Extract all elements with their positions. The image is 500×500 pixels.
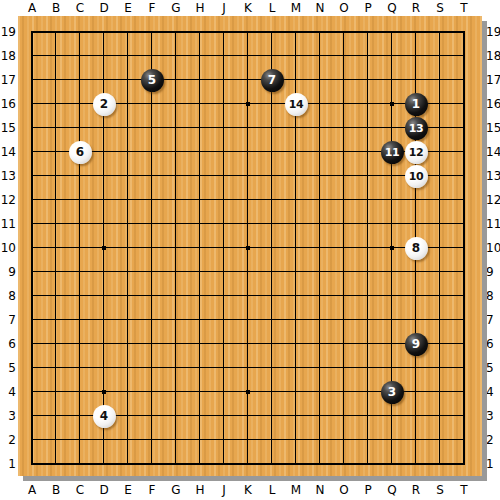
intersection-B10[interactable] [44,236,68,260]
intersection-H6[interactable] [188,332,212,356]
intersection-T2[interactable] [452,428,476,452]
intersection-A14[interactable] [20,140,44,164]
intersection-N6[interactable] [308,332,332,356]
intersection-B1[interactable] [44,452,68,476]
intersection-S18[interactable] [428,44,452,68]
intersection-E5[interactable] [116,356,140,380]
intersection-J12[interactable] [212,188,236,212]
intersection-E13[interactable] [116,164,140,188]
intersection-A15[interactable] [20,116,44,140]
intersection-T10[interactable] [452,236,476,260]
intersection-G2[interactable] [164,428,188,452]
intersection-M17[interactable] [284,68,308,92]
intersection-O5[interactable] [332,356,356,380]
intersection-H4[interactable] [188,380,212,404]
intersection-S19[interactable] [428,20,452,44]
intersection-K16[interactable] [236,92,260,116]
intersection-M7[interactable] [284,308,308,332]
intersection-O2[interactable] [332,428,356,452]
intersection-L1[interactable] [260,452,284,476]
intersection-C4[interactable] [68,380,92,404]
intersection-R6[interactable]: 9 [404,332,428,356]
intersection-A4[interactable] [20,380,44,404]
intersection-F17[interactable]: 5 [140,68,164,92]
intersection-C16[interactable] [68,92,92,116]
intersection-Q16[interactable] [380,92,404,116]
intersection-C17[interactable] [68,68,92,92]
intersection-B12[interactable] [44,188,68,212]
intersection-N8[interactable] [308,284,332,308]
intersection-D3[interactable]: 4 [92,404,116,428]
intersection-T18[interactable] [452,44,476,68]
intersection-R12[interactable] [404,188,428,212]
intersection-N17[interactable] [308,68,332,92]
intersection-C7[interactable] [68,308,92,332]
intersection-K15[interactable] [236,116,260,140]
intersection-Q10[interactable] [380,236,404,260]
intersection-C15[interactable] [68,116,92,140]
intersection-Q2[interactable] [380,428,404,452]
intersection-F7[interactable] [140,308,164,332]
intersection-A8[interactable] [20,284,44,308]
intersection-E15[interactable] [116,116,140,140]
intersection-H2[interactable] [188,428,212,452]
intersection-D10[interactable] [92,236,116,260]
intersection-N11[interactable] [308,212,332,236]
intersection-L6[interactable] [260,332,284,356]
intersection-H18[interactable] [188,44,212,68]
intersection-H19[interactable] [188,20,212,44]
intersection-M3[interactable] [284,404,308,428]
intersection-O7[interactable] [332,308,356,332]
intersection-C18[interactable] [68,44,92,68]
intersection-E14[interactable] [116,140,140,164]
intersection-A7[interactable] [20,308,44,332]
intersection-D16[interactable]: 2 [92,92,116,116]
intersection-O12[interactable] [332,188,356,212]
intersection-B13[interactable] [44,164,68,188]
intersection-G19[interactable] [164,20,188,44]
intersection-P3[interactable] [356,404,380,428]
intersection-L17[interactable]: 7 [260,68,284,92]
intersection-H1[interactable] [188,452,212,476]
intersection-D19[interactable] [92,20,116,44]
intersection-O13[interactable] [332,164,356,188]
intersection-C12[interactable] [68,188,92,212]
intersection-N19[interactable] [308,20,332,44]
intersection-D11[interactable] [92,212,116,236]
intersection-Q14[interactable]: 11 [380,140,404,164]
intersection-C14[interactable]: 6 [68,140,92,164]
intersection-D4[interactable] [92,380,116,404]
intersection-O15[interactable] [332,116,356,140]
intersection-G12[interactable] [164,188,188,212]
intersection-T12[interactable] [452,188,476,212]
intersection-G1[interactable] [164,452,188,476]
intersection-R4[interactable] [404,380,428,404]
intersection-O8[interactable] [332,284,356,308]
intersection-G18[interactable] [164,44,188,68]
intersection-R16[interactable]: 1 [404,92,428,116]
intersection-N5[interactable] [308,356,332,380]
intersection-O4[interactable] [332,380,356,404]
intersection-Q8[interactable] [380,284,404,308]
intersection-J6[interactable] [212,332,236,356]
intersection-E7[interactable] [116,308,140,332]
intersection-R19[interactable] [404,20,428,44]
intersection-L8[interactable] [260,284,284,308]
intersection-P17[interactable] [356,68,380,92]
intersection-P1[interactable] [356,452,380,476]
intersection-R15[interactable]: 13 [404,116,428,140]
intersection-M13[interactable] [284,164,308,188]
intersection-K18[interactable] [236,44,260,68]
intersection-A10[interactable] [20,236,44,260]
intersection-T3[interactable] [452,404,476,428]
intersection-G16[interactable] [164,92,188,116]
intersection-T8[interactable] [452,284,476,308]
intersection-S12[interactable] [428,188,452,212]
intersection-S5[interactable] [428,356,452,380]
intersection-K9[interactable] [236,260,260,284]
intersection-S2[interactable] [428,428,452,452]
intersection-K12[interactable] [236,188,260,212]
intersection-A9[interactable] [20,260,44,284]
intersection-C19[interactable] [68,20,92,44]
intersection-H10[interactable] [188,236,212,260]
intersection-Q1[interactable] [380,452,404,476]
intersection-B19[interactable] [44,20,68,44]
intersection-O11[interactable] [332,212,356,236]
intersection-N2[interactable] [308,428,332,452]
intersection-D15[interactable] [92,116,116,140]
intersection-K2[interactable] [236,428,260,452]
intersection-A3[interactable] [20,404,44,428]
intersection-L10[interactable] [260,236,284,260]
intersection-Q18[interactable] [380,44,404,68]
intersection-M8[interactable] [284,284,308,308]
intersection-L12[interactable] [260,188,284,212]
intersection-H5[interactable] [188,356,212,380]
intersection-E4[interactable] [116,380,140,404]
intersection-G15[interactable] [164,116,188,140]
intersection-E17[interactable] [116,68,140,92]
intersection-E2[interactable] [116,428,140,452]
intersection-B2[interactable] [44,428,68,452]
intersection-E3[interactable] [116,404,140,428]
intersection-E18[interactable] [116,44,140,68]
intersection-F10[interactable] [140,236,164,260]
intersection-K3[interactable] [236,404,260,428]
intersection-H3[interactable] [188,404,212,428]
intersection-L7[interactable] [260,308,284,332]
intersection-M18[interactable] [284,44,308,68]
intersection-Q11[interactable] [380,212,404,236]
intersection-F15[interactable] [140,116,164,140]
intersection-P5[interactable] [356,356,380,380]
intersection-O16[interactable] [332,92,356,116]
intersection-K10[interactable] [236,236,260,260]
intersection-C8[interactable] [68,284,92,308]
intersection-R10[interactable]: 8 [404,236,428,260]
intersection-A6[interactable] [20,332,44,356]
intersection-S14[interactable] [428,140,452,164]
intersection-R5[interactable] [404,356,428,380]
intersection-E9[interactable] [116,260,140,284]
intersection-F5[interactable] [140,356,164,380]
intersection-R14[interactable]: 12 [404,140,428,164]
intersection-M15[interactable] [284,116,308,140]
intersection-D6[interactable] [92,332,116,356]
intersection-G9[interactable] [164,260,188,284]
intersection-D18[interactable] [92,44,116,68]
intersection-B11[interactable] [44,212,68,236]
intersection-P7[interactable] [356,308,380,332]
intersection-S1[interactable] [428,452,452,476]
intersection-B5[interactable] [44,356,68,380]
intersection-L2[interactable] [260,428,284,452]
intersection-E12[interactable] [116,188,140,212]
intersection-M5[interactable] [284,356,308,380]
intersection-H9[interactable] [188,260,212,284]
intersection-E6[interactable] [116,332,140,356]
intersection-N13[interactable] [308,164,332,188]
intersection-P4[interactable] [356,380,380,404]
intersection-T5[interactable] [452,356,476,380]
intersection-F2[interactable] [140,428,164,452]
intersection-T15[interactable] [452,116,476,140]
intersection-F18[interactable] [140,44,164,68]
intersection-Q19[interactable] [380,20,404,44]
intersection-J1[interactable] [212,452,236,476]
intersection-L11[interactable] [260,212,284,236]
intersection-C13[interactable] [68,164,92,188]
intersection-K8[interactable] [236,284,260,308]
intersection-L15[interactable] [260,116,284,140]
intersection-D2[interactable] [92,428,116,452]
intersection-H8[interactable] [188,284,212,308]
intersection-G17[interactable] [164,68,188,92]
intersection-C2[interactable] [68,428,92,452]
intersection-H16[interactable] [188,92,212,116]
intersection-B16[interactable] [44,92,68,116]
intersection-J3[interactable] [212,404,236,428]
intersection-P11[interactable] [356,212,380,236]
intersection-Q9[interactable] [380,260,404,284]
intersection-L9[interactable] [260,260,284,284]
intersection-E16[interactable] [116,92,140,116]
intersection-S4[interactable] [428,380,452,404]
intersection-Q3[interactable] [380,404,404,428]
intersection-D8[interactable] [92,284,116,308]
intersection-M10[interactable] [284,236,308,260]
intersection-N9[interactable] [308,260,332,284]
intersection-L14[interactable] [260,140,284,164]
intersection-A16[interactable] [20,92,44,116]
intersection-S11[interactable] [428,212,452,236]
intersection-A13[interactable] [20,164,44,188]
intersection-F9[interactable] [140,260,164,284]
intersection-Q17[interactable] [380,68,404,92]
intersection-J5[interactable] [212,356,236,380]
intersection-G3[interactable] [164,404,188,428]
intersection-R18[interactable] [404,44,428,68]
intersection-F14[interactable] [140,140,164,164]
intersection-G13[interactable] [164,164,188,188]
intersection-J4[interactable] [212,380,236,404]
intersection-Q12[interactable] [380,188,404,212]
intersection-J9[interactable] [212,260,236,284]
intersection-C9[interactable] [68,260,92,284]
intersection-B3[interactable] [44,404,68,428]
intersection-N15[interactable] [308,116,332,140]
intersection-E1[interactable] [116,452,140,476]
intersection-T6[interactable] [452,332,476,356]
intersection-E8[interactable] [116,284,140,308]
intersection-S10[interactable] [428,236,452,260]
intersection-J14[interactable] [212,140,236,164]
intersection-F8[interactable] [140,284,164,308]
intersection-D13[interactable] [92,164,116,188]
intersection-L19[interactable] [260,20,284,44]
intersection-M16[interactable]: 14 [284,92,308,116]
intersection-B18[interactable] [44,44,68,68]
intersection-T16[interactable] [452,92,476,116]
intersection-M14[interactable] [284,140,308,164]
intersection-M9[interactable] [284,260,308,284]
intersection-A12[interactable] [20,188,44,212]
intersection-S17[interactable] [428,68,452,92]
intersection-N16[interactable] [308,92,332,116]
intersection-O3[interactable] [332,404,356,428]
intersection-K7[interactable] [236,308,260,332]
intersection-P6[interactable] [356,332,380,356]
intersection-R13[interactable]: 10 [404,164,428,188]
intersection-S7[interactable] [428,308,452,332]
intersection-E19[interactable] [116,20,140,44]
intersection-M6[interactable] [284,332,308,356]
intersection-H17[interactable] [188,68,212,92]
intersection-G7[interactable] [164,308,188,332]
intersection-B17[interactable] [44,68,68,92]
intersection-J10[interactable] [212,236,236,260]
intersection-T7[interactable] [452,308,476,332]
intersection-P13[interactable] [356,164,380,188]
intersection-L5[interactable] [260,356,284,380]
intersection-G14[interactable] [164,140,188,164]
intersection-K5[interactable] [236,356,260,380]
intersection-R17[interactable] [404,68,428,92]
intersection-R1[interactable] [404,452,428,476]
intersection-K17[interactable] [236,68,260,92]
intersection-M12[interactable] [284,188,308,212]
intersection-A19[interactable] [20,20,44,44]
intersection-O18[interactable] [332,44,356,68]
intersection-O14[interactable] [332,140,356,164]
intersection-J2[interactable] [212,428,236,452]
intersection-N3[interactable] [308,404,332,428]
intersection-K14[interactable] [236,140,260,164]
intersection-R11[interactable] [404,212,428,236]
intersection-G5[interactable] [164,356,188,380]
intersection-T17[interactable] [452,68,476,92]
intersection-D9[interactable] [92,260,116,284]
intersection-P12[interactable] [356,188,380,212]
intersection-T1[interactable] [452,452,476,476]
intersection-R9[interactable] [404,260,428,284]
intersection-H11[interactable] [188,212,212,236]
intersection-J13[interactable] [212,164,236,188]
intersection-D7[interactable] [92,308,116,332]
intersection-K1[interactable] [236,452,260,476]
intersection-N7[interactable] [308,308,332,332]
intersection-R3[interactable] [404,404,428,428]
intersection-B6[interactable] [44,332,68,356]
intersection-B7[interactable] [44,308,68,332]
intersection-L4[interactable] [260,380,284,404]
intersection-P15[interactable] [356,116,380,140]
intersection-N18[interactable] [308,44,332,68]
intersection-K4[interactable] [236,380,260,404]
intersection-B8[interactable] [44,284,68,308]
intersection-S16[interactable] [428,92,452,116]
intersection-M2[interactable] [284,428,308,452]
intersection-Q13[interactable] [380,164,404,188]
intersection-S6[interactable] [428,332,452,356]
intersection-P16[interactable] [356,92,380,116]
intersection-K19[interactable] [236,20,260,44]
intersection-N4[interactable] [308,380,332,404]
intersection-N12[interactable] [308,188,332,212]
intersection-F1[interactable] [140,452,164,476]
intersection-G11[interactable] [164,212,188,236]
intersection-M4[interactable] [284,380,308,404]
intersection-S3[interactable] [428,404,452,428]
intersection-C1[interactable] [68,452,92,476]
intersection-B14[interactable] [44,140,68,164]
intersection-A18[interactable] [20,44,44,68]
intersection-O19[interactable] [332,20,356,44]
intersection-G8[interactable] [164,284,188,308]
intersection-Q6[interactable] [380,332,404,356]
intersection-Q4[interactable]: 3 [380,380,404,404]
intersection-G10[interactable] [164,236,188,260]
intersection-D17[interactable] [92,68,116,92]
intersection-T14[interactable] [452,140,476,164]
intersection-O10[interactable] [332,236,356,260]
intersection-N1[interactable] [308,452,332,476]
intersection-C10[interactable] [68,236,92,260]
intersection-A5[interactable] [20,356,44,380]
intersection-O6[interactable] [332,332,356,356]
intersection-H13[interactable] [188,164,212,188]
intersection-T11[interactable] [452,212,476,236]
intersection-J16[interactable] [212,92,236,116]
intersection-C3[interactable] [68,404,92,428]
intersection-P8[interactable] [356,284,380,308]
intersection-C11[interactable] [68,212,92,236]
intersection-B15[interactable] [44,116,68,140]
intersection-T19[interactable] [452,20,476,44]
intersection-D14[interactable] [92,140,116,164]
intersection-D12[interactable] [92,188,116,212]
intersection-P9[interactable] [356,260,380,284]
intersection-O9[interactable] [332,260,356,284]
intersection-E11[interactable] [116,212,140,236]
intersection-S15[interactable] [428,116,452,140]
intersection-D5[interactable] [92,356,116,380]
intersection-F13[interactable] [140,164,164,188]
